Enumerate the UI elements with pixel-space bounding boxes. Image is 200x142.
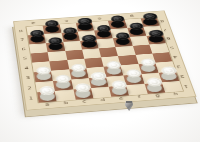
white-piece-a3[interactable] xyxy=(35,72,51,81)
black-piece-d6[interactable] xyxy=(81,40,97,48)
white-piece-e3[interactable] xyxy=(105,67,122,76)
white-piece-g1[interactable] xyxy=(146,83,163,93)
square-g6[interactable] xyxy=(130,36,149,46)
black-piece-c7[interactable] xyxy=(63,33,78,41)
square-h1[interactable] xyxy=(162,81,183,93)
black-piece-b8[interactable] xyxy=(44,25,59,33)
white-piece-h2[interactable] xyxy=(160,72,177,81)
black-piece-e7[interactable] xyxy=(96,30,112,38)
white-piece-e1[interactable] xyxy=(110,86,127,96)
white-piece-g3[interactable] xyxy=(140,64,157,73)
square-a1[interactable] xyxy=(37,91,57,103)
white-piece-a1[interactable] xyxy=(39,92,55,102)
black-piece-d8[interactable] xyxy=(77,23,92,31)
square-f1[interactable] xyxy=(126,84,147,96)
white-piece-c3[interactable] xyxy=(71,69,87,78)
coordinate-label: 6 xyxy=(162,33,176,43)
black-piece-a7[interactable] xyxy=(29,35,44,43)
square-b5[interactable] xyxy=(48,51,67,62)
square-e1[interactable] xyxy=(109,85,130,97)
clasp-icon xyxy=(125,101,133,111)
square-f4[interactable] xyxy=(118,55,138,66)
black-piece-g7[interactable] xyxy=(129,28,145,36)
black-piece-f8[interactable] xyxy=(110,21,126,29)
product-photo: abcdefgh 87654321 87654321 abcdefgh xyxy=(0,0,200,142)
checkers-board: abcdefgh 87654321 87654321 abcdefgh xyxy=(13,10,196,110)
square-c5[interactable] xyxy=(65,50,84,61)
square-b1[interactable] xyxy=(55,89,75,101)
square-c6[interactable] xyxy=(63,41,82,51)
square-b2[interactable] xyxy=(53,79,73,90)
white-piece-d2[interactable] xyxy=(90,78,107,87)
white-piece-c1[interactable] xyxy=(75,89,92,99)
square-c1[interactable] xyxy=(73,88,93,100)
white-piece-b2[interactable] xyxy=(55,80,71,89)
black-piece-f6[interactable] xyxy=(115,38,131,46)
white-piece-f2[interactable] xyxy=(125,75,142,84)
black-piece-b6[interactable] xyxy=(48,43,63,52)
